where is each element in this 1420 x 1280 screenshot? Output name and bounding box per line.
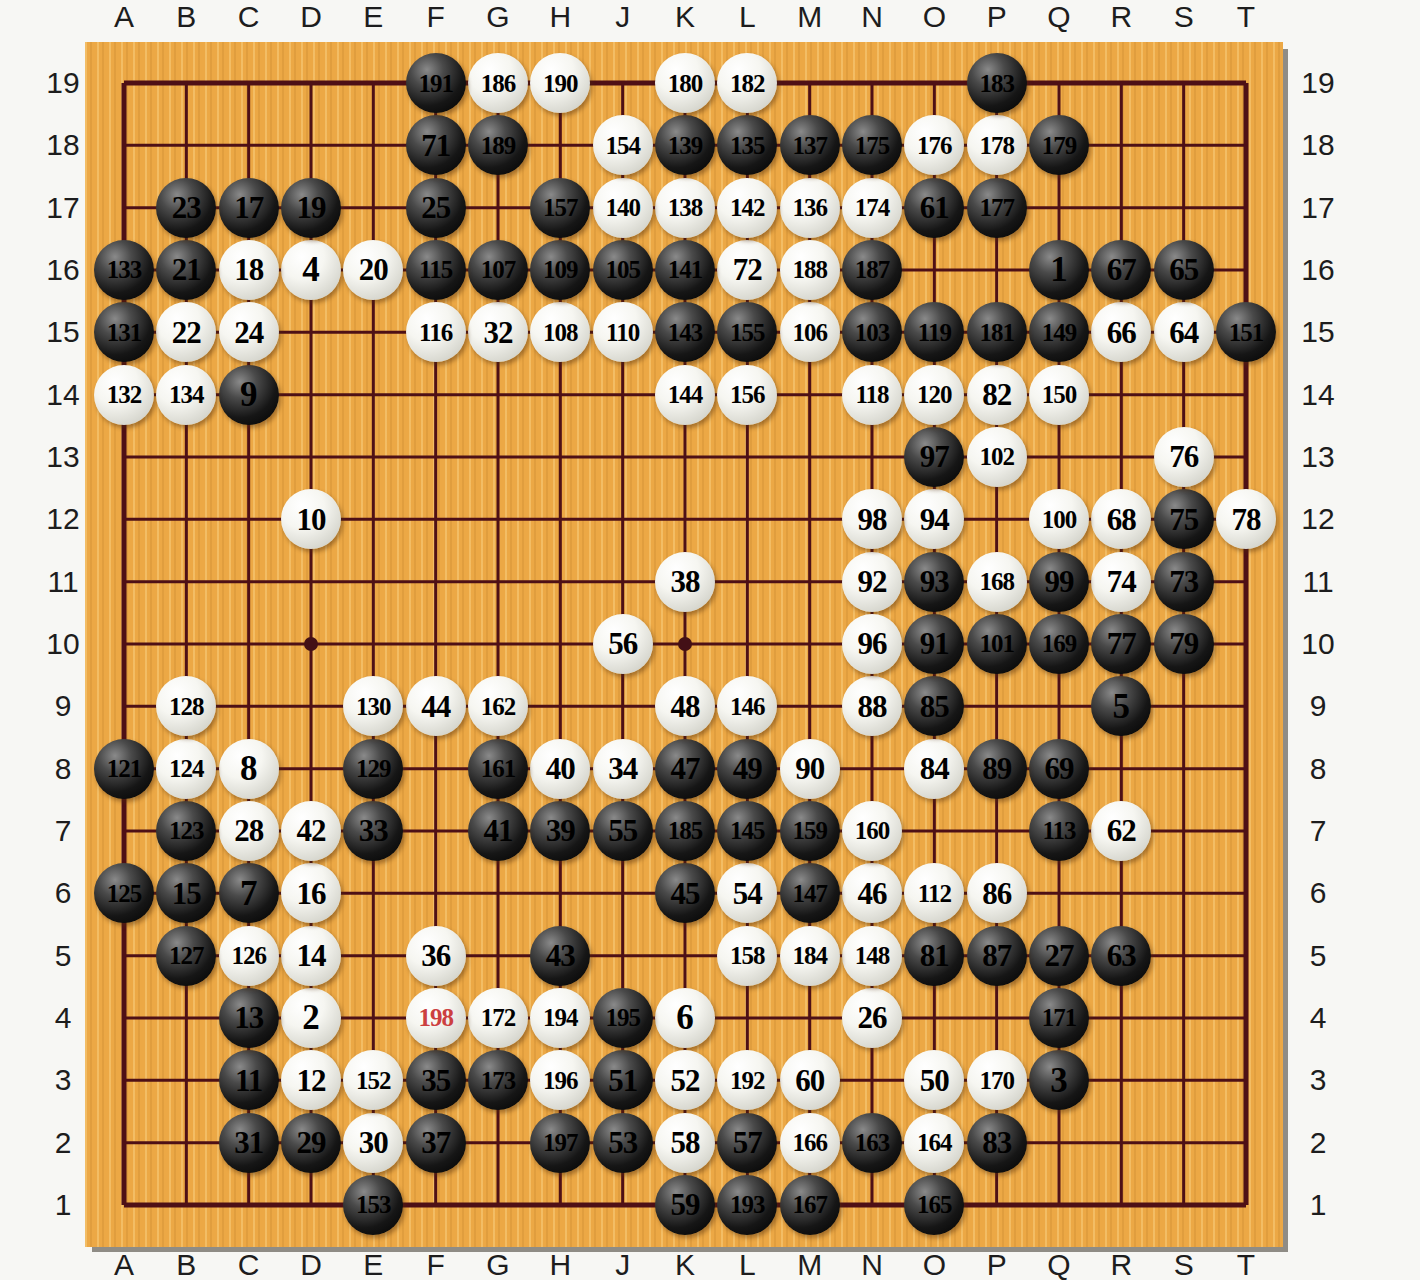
move-number: 22 [172,317,201,348]
black-stone-F19: 191 [406,53,466,113]
move-number: 1 [1050,252,1068,287]
black-stone-O15: 119 [904,302,964,362]
move-number: 79 [1169,628,1198,659]
black-stone-Q11: 99 [1029,552,1089,612]
move-number: 18 [234,254,263,285]
move-number: 59 [670,1189,699,1220]
black-stone-J16: 105 [593,240,653,300]
coord-label: 4 [55,1001,72,1035]
move-number: 8 [240,751,258,786]
coord-label: S [1174,0,1194,34]
hoshi-point [678,637,692,651]
move-number: 165 [917,1192,952,1217]
move-number: 132 [107,382,142,407]
move-number: 51 [608,1065,637,1096]
black-stone-Q18: 179 [1029,115,1089,175]
black-stone-Q8: 69 [1029,739,1089,799]
black-stone-E1: 153 [343,1175,403,1235]
coord-label: L [739,0,756,34]
white-stone-O6: 112 [904,863,964,923]
move-number: 185 [668,818,703,843]
move-number: 181 [979,320,1014,345]
white-stone-D6: 16 [281,863,341,923]
coord-label: K [675,0,695,34]
coord-label: G [486,1248,509,1280]
coord-label: 12 [46,502,79,536]
move-number: 99 [1044,566,1073,597]
move-number: 28 [234,815,263,846]
move-number: 37 [421,1127,450,1158]
move-number: 69 [1044,753,1073,784]
white-stone-B8: 124 [156,739,216,799]
move-number: 42 [296,815,325,846]
move-number: 112 [918,881,951,906]
move-number: 53 [608,1127,637,1158]
white-stone-P13: 102 [967,427,1027,487]
move-number: 109 [543,257,578,282]
coord-label: 3 [1310,1063,1327,1097]
coord-label: 17 [1301,191,1334,225]
coord-label: B [176,1248,196,1280]
white-stone-G19: 186 [468,53,528,113]
black-stone-H17: 157 [530,178,590,238]
move-number: 60 [795,1065,824,1096]
white-stone-R12: 68 [1091,489,1151,549]
black-stone-O1: 165 [904,1175,964,1235]
move-number: 16 [296,878,325,909]
move-number: 10 [296,504,325,535]
black-stone-T15: 151 [1216,302,1276,362]
white-stone-N5: 148 [842,926,902,986]
move-number: 9 [240,377,258,412]
white-stone-E16: 20 [343,240,403,300]
move-number: 115 [419,257,452,282]
white-stone-E9: 130 [343,676,403,736]
coord-label: S [1174,1248,1194,1280]
coord-label: D [300,0,322,34]
move-number: 6 [676,1000,694,1035]
black-stone-G3: 173 [468,1050,528,1110]
white-stone-N4: 26 [842,988,902,1048]
move-number: 166 [792,1130,827,1155]
white-stone-H3: 196 [530,1050,590,1110]
move-number: 26 [857,1002,886,1033]
coord-label: 19 [46,66,79,100]
coord-label: F [426,0,444,34]
coord-label: 5 [1310,939,1327,973]
black-stone-B6: 15 [156,863,216,923]
coord-label: G [486,0,509,34]
white-stone-R7: 62 [1091,801,1151,861]
move-number: 186 [481,71,516,96]
move-number: 52 [670,1065,699,1096]
black-stone-P19: 183 [967,53,1027,113]
move-number: 191 [418,71,453,96]
move-number: 159 [792,818,827,843]
black-stone-R10: 77 [1091,614,1151,674]
move-number: 78 [1231,504,1260,535]
move-number: 173 [481,1068,516,1093]
coord-label: 17 [46,191,79,225]
black-stone-C14: 9 [219,365,279,425]
black-stone-A8: 121 [94,739,154,799]
black-stone-S12: 75 [1154,489,1214,549]
black-stone-C3: 11 [219,1050,279,1110]
coord-label: Q [1047,0,1070,34]
black-stone-P2: 83 [967,1113,1027,1173]
white-stone-L9: 146 [717,676,777,736]
move-number: 170 [979,1068,1014,1093]
black-stone-F2: 37 [406,1113,466,1173]
white-stone-F4: 198 [406,988,466,1048]
move-number: 15 [172,878,201,909]
white-stone-M2: 166 [780,1113,840,1173]
move-number: 2 [302,1000,320,1035]
white-stone-H15: 108 [530,302,590,362]
black-stone-A15: 131 [94,302,154,362]
move-number: 175 [855,133,890,158]
move-number: 12 [296,1065,325,1096]
move-number: 176 [917,133,952,158]
white-stone-S13: 76 [1154,427,1214,487]
black-stone-K1: 59 [655,1175,715,1235]
white-stone-N17: 174 [842,178,902,238]
move-number: 103 [855,320,890,345]
coord-label: 18 [46,128,79,162]
black-stone-H16: 109 [530,240,590,300]
move-number: 102 [979,444,1014,469]
move-number: 41 [483,815,512,846]
coord-label: 10 [46,627,79,661]
move-number: 47 [670,753,699,784]
move-number: 164 [917,1130,952,1155]
move-number: 178 [979,133,1014,158]
white-stone-D12: 10 [281,489,341,549]
white-stone-J15: 110 [593,302,653,362]
move-number: 121 [107,756,142,781]
black-stone-Q5: 27 [1029,926,1089,986]
white-stone-L16: 72 [717,240,777,300]
white-stone-M15: 106 [780,302,840,362]
move-number: 197 [543,1130,578,1155]
black-stone-M7: 159 [780,801,840,861]
coord-label: 8 [1310,752,1327,786]
black-stone-O5: 81 [904,926,964,986]
move-number: 135 [730,133,765,158]
white-stone-P11: 168 [967,552,1027,612]
move-number: 54 [733,878,762,909]
black-stone-K16: 141 [655,240,715,300]
white-stone-O18: 176 [904,115,964,175]
move-number: 61 [920,192,949,223]
black-stone-S10: 79 [1154,614,1214,674]
white-stone-G9: 162 [468,676,528,736]
black-stone-J4: 195 [593,988,653,1048]
white-stone-N12: 98 [842,489,902,549]
move-number: 4 [302,252,320,287]
move-number: 195 [605,1005,640,1030]
coord-label: B [176,0,196,34]
white-stone-D4: 2 [281,988,341,1048]
black-stone-K18: 139 [655,115,715,175]
move-number: 88 [857,691,886,722]
move-number: 32 [483,317,512,348]
move-number: 31 [234,1127,263,1158]
move-number: 140 [605,195,640,220]
coord-label: 15 [1301,315,1334,349]
black-stone-J2: 53 [593,1113,653,1173]
coord-label: M [797,0,822,34]
black-stone-D17: 19 [281,178,341,238]
black-stone-D2: 29 [281,1113,341,1173]
coord-label: C [238,1248,260,1280]
move-number: 126 [231,943,266,968]
black-stone-P17: 177 [967,178,1027,238]
white-stone-N6: 46 [842,863,902,923]
white-stone-F5: 36 [406,926,466,986]
move-number: 81 [920,940,949,971]
coord-label: K [675,1248,695,1280]
coord-label: 19 [1301,66,1334,100]
white-stone-N7: 160 [842,801,902,861]
move-number: 71 [421,130,450,161]
black-stone-G7: 41 [468,801,528,861]
black-stone-S16: 65 [1154,240,1214,300]
black-stone-F17: 25 [406,178,466,238]
white-stone-F9: 44 [406,676,466,736]
black-stone-Q7: 113 [1029,801,1089,861]
white-stone-D16: 4 [281,240,341,300]
move-number: 14 [296,940,325,971]
white-stone-S15: 64 [1154,302,1214,362]
move-number: 87 [982,940,1011,971]
white-stone-E3: 152 [343,1050,403,1110]
move-number: 76 [1169,441,1198,472]
black-stone-A16: 133 [94,240,154,300]
move-number: 128 [169,694,204,719]
white-stone-C5: 126 [219,926,279,986]
go-board: 1234567891011121314151617181920212223242… [85,42,1283,1247]
move-number: 198 [418,1005,453,1030]
coord-label: 6 [55,876,72,910]
move-number: 167 [792,1192,827,1217]
black-stone-P8: 89 [967,739,1027,799]
move-number: 34 [608,753,637,784]
move-number: 82 [982,379,1011,410]
black-stone-C2: 31 [219,1113,279,1173]
hoshi-point [304,637,318,651]
black-stone-O9: 85 [904,676,964,736]
black-stone-H7: 39 [530,801,590,861]
move-number: 148 [855,943,890,968]
white-stone-N14: 118 [842,365,902,425]
black-stone-L1: 193 [717,1175,777,1235]
move-number: 101 [979,631,1014,656]
black-stone-G16: 107 [468,240,528,300]
coord-label: 7 [1310,814,1327,848]
black-stone-F3: 35 [406,1050,466,1110]
black-stone-C4: 13 [219,988,279,1048]
move-number: 65 [1169,254,1198,285]
move-number: 160 [855,818,890,843]
move-number: 184 [792,943,827,968]
coord-label: T [1237,1248,1255,1280]
move-number: 97 [920,441,949,472]
white-stone-K19: 180 [655,53,715,113]
move-number: 196 [543,1068,578,1093]
move-number: 77 [1107,628,1136,659]
white-stone-P14: 82 [967,365,1027,425]
white-stone-K2: 58 [655,1113,715,1173]
black-stone-N15: 103 [842,302,902,362]
black-stone-K8: 47 [655,739,715,799]
white-stone-H8: 40 [530,739,590,799]
black-stone-M6: 147 [780,863,840,923]
move-number: 93 [920,566,949,597]
move-number: 96 [857,628,886,659]
white-stone-D5: 14 [281,926,341,986]
move-number: 75 [1169,504,1198,535]
move-number: 85 [920,691,949,722]
white-stone-P3: 170 [967,1050,1027,1110]
move-number: 152 [356,1068,391,1093]
coord-label: N [861,1248,883,1280]
move-number: 131 [107,320,142,345]
black-stone-B16: 21 [156,240,216,300]
move-number: 7 [240,876,258,911]
move-number: 92 [857,566,886,597]
black-stone-L18: 135 [717,115,777,175]
black-stone-L7: 145 [717,801,777,861]
white-stone-Q14: 150 [1029,365,1089,425]
coord-label: 2 [1310,1126,1327,1160]
coord-label: 14 [46,378,79,412]
white-stone-K3: 52 [655,1050,715,1110]
go-kifu-diagram: 1234567891011121314151617181920212223242… [0,0,1420,1280]
move-number: 63 [1107,940,1136,971]
move-number: 142 [730,195,765,220]
black-stone-B5: 127 [156,926,216,986]
move-number: 46 [857,878,886,909]
move-number: 89 [982,753,1011,784]
coord-label: 1 [1310,1188,1327,1222]
white-stone-J18: 154 [593,115,653,175]
coord-label: 7 [55,814,72,848]
move-number: 119 [918,320,951,345]
move-number: 133 [107,257,142,282]
move-number: 40 [546,753,575,784]
move-number: 116 [419,320,452,345]
black-stone-L15: 155 [717,302,777,362]
black-stone-Q15: 149 [1029,302,1089,362]
white-stone-D3: 12 [281,1050,341,1110]
black-stone-F16: 115 [406,240,466,300]
move-number: 39 [546,815,575,846]
black-stone-Q3: 3 [1029,1050,1089,1110]
black-stone-E7: 33 [343,801,403,861]
move-number: 194 [543,1005,578,1030]
move-number: 90 [795,753,824,784]
coord-label: N [861,0,883,34]
coord-label: R [1110,1248,1132,1280]
move-number: 156 [730,382,765,407]
white-stone-C8: 8 [219,739,279,799]
black-stone-K7: 185 [655,801,715,861]
move-number: 21 [172,254,201,285]
black-stone-O11: 93 [904,552,964,612]
move-number: 74 [1107,566,1136,597]
white-stone-K9: 48 [655,676,715,736]
white-stone-R11: 74 [1091,552,1151,612]
move-number: 158 [730,943,765,968]
coord-label: 9 [55,689,72,723]
move-number: 66 [1107,317,1136,348]
black-stone-R16: 67 [1091,240,1151,300]
move-number: 134 [169,382,204,407]
coord-label: O [923,1248,946,1280]
move-number: 86 [982,878,1011,909]
black-stone-L8: 49 [717,739,777,799]
white-stone-O3: 50 [904,1050,964,1110]
move-number: 36 [421,940,450,971]
coord-label: A [114,1248,134,1280]
move-number: 183 [979,71,1014,96]
black-stone-A6: 125 [94,863,154,923]
move-number: 72 [733,254,762,285]
white-stone-J10: 56 [593,614,653,674]
move-number: 124 [169,756,204,781]
coord-label: P [987,0,1007,34]
coord-label: 16 [1301,253,1334,287]
move-number: 43 [546,940,575,971]
move-number: 100 [1042,507,1077,532]
move-number: 188 [792,257,827,282]
coord-label: J [615,1248,630,1280]
move-number: 127 [169,943,204,968]
move-number: 138 [668,195,703,220]
coord-label: 1 [55,1188,72,1222]
white-stone-N10: 96 [842,614,902,674]
white-stone-F15: 116 [406,302,466,362]
coord-label: 11 [1302,565,1333,599]
coord-label: 2 [55,1126,72,1160]
black-stone-K6: 45 [655,863,715,923]
move-number: 120 [917,382,952,407]
move-number: 38 [670,566,699,597]
white-stone-K11: 38 [655,552,715,612]
move-number: 136 [792,195,827,220]
coord-label: 11 [47,565,78,599]
coord-label: C [238,0,260,34]
move-number: 153 [356,1192,391,1217]
white-stone-K17: 138 [655,178,715,238]
move-number: 155 [730,320,765,345]
move-number: 130 [356,694,391,719]
black-stone-N2: 163 [842,1113,902,1173]
move-number: 45 [670,878,699,909]
move-number: 187 [855,257,890,282]
black-stone-N18: 175 [842,115,902,175]
move-number: 145 [730,818,765,843]
move-number: 149 [1042,320,1077,345]
white-stone-L3: 192 [717,1050,777,1110]
move-number: 151 [1229,320,1264,345]
black-stone-Q16: 1 [1029,240,1089,300]
move-number: 56 [608,628,637,659]
white-stone-E2: 30 [343,1113,403,1173]
black-stone-K15: 143 [655,302,715,362]
move-number: 157 [543,195,578,220]
